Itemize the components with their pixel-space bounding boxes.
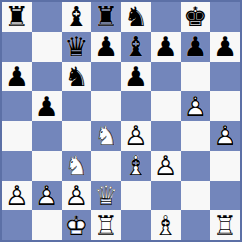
piece-glyph: ♞ xyxy=(122,3,149,30)
black-pawn-piece[interactable]: ♟ xyxy=(152,33,179,60)
square-h7[interactable]: ♟ xyxy=(210,32,240,62)
black-knight-piece[interactable]: ♞ xyxy=(122,3,149,30)
square-a6[interactable]: ♟ xyxy=(2,62,32,92)
square-d5[interactable] xyxy=(91,91,121,121)
square-f1[interactable]: ♝♗ xyxy=(151,210,181,240)
square-g7[interactable]: ♟ xyxy=(181,32,211,62)
piece-glyph: ♞ xyxy=(63,63,90,90)
square-c5[interactable] xyxy=(62,91,92,121)
square-h6[interactable] xyxy=(210,62,240,92)
black-bishop-piece[interactable]: ♝ xyxy=(122,33,149,60)
black-pawn-piece[interactable]: ♟ xyxy=(93,33,120,60)
square-b2[interactable]: ♟♙ xyxy=(32,181,62,211)
square-e7[interactable]: ♝ xyxy=(121,32,151,62)
piece-glyph: ♜ xyxy=(93,3,120,30)
piece-outline-layer: ♘ xyxy=(93,122,120,149)
square-h3[interactable] xyxy=(210,151,240,181)
square-e1[interactable] xyxy=(121,210,151,240)
square-d6[interactable] xyxy=(91,62,121,92)
square-e2[interactable] xyxy=(121,181,151,211)
square-h4[interactable]: ♟♙ xyxy=(210,121,240,151)
square-c4[interactable] xyxy=(62,121,92,151)
square-a7[interactable] xyxy=(2,32,32,62)
piece-glyph: ♟ xyxy=(3,63,30,90)
square-b3[interactable] xyxy=(32,151,62,181)
piece-glyph: ♟ xyxy=(182,33,209,60)
square-e8[interactable]: ♞ xyxy=(121,2,151,32)
square-h5[interactable] xyxy=(210,91,240,121)
square-c8[interactable]: ♝ xyxy=(62,2,92,32)
black-knight-piece[interactable]: ♞ xyxy=(63,63,90,90)
square-d7[interactable]: ♟ xyxy=(91,32,121,62)
piece-glyph: ♜ xyxy=(3,3,30,30)
black-rook-piece[interactable]: ♜ xyxy=(93,3,120,30)
white-rook-piece[interactable]: ♜♖ xyxy=(212,212,239,239)
square-c3[interactable]: ♞♘ xyxy=(62,151,92,181)
square-a1[interactable] xyxy=(2,210,32,240)
square-b4[interactable] xyxy=(32,121,62,151)
piece-glyph: ♝ xyxy=(122,33,149,60)
square-g5[interactable]: ♟♙ xyxy=(181,91,211,121)
white-pawn-piece[interactable]: ♟♙ xyxy=(63,182,90,209)
square-c6[interactable]: ♞ xyxy=(62,62,92,92)
black-pawn-piece[interactable]: ♟ xyxy=(3,63,30,90)
piece-outline-layer: ♙ xyxy=(182,93,209,120)
square-f7[interactable]: ♟ xyxy=(151,32,181,62)
square-h2[interactable] xyxy=(210,181,240,211)
square-c7[interactable]: ♛ xyxy=(62,32,92,62)
piece-outline-layer: ♙ xyxy=(212,122,239,149)
black-queen-piece[interactable]: ♛ xyxy=(63,33,90,60)
black-pawn-piece[interactable]: ♟ xyxy=(33,93,60,120)
square-g3[interactable] xyxy=(181,151,211,181)
piece-outline-layer: ♙ xyxy=(33,182,60,209)
piece-glyph: ♟ xyxy=(122,63,149,90)
square-g2[interactable] xyxy=(181,181,211,211)
piece-glyph: ♛ xyxy=(63,33,90,60)
square-f4[interactable] xyxy=(151,121,181,151)
square-a8[interactable]: ♜ xyxy=(2,2,32,32)
piece-glyph: ♝ xyxy=(63,3,90,30)
square-a4[interactable] xyxy=(2,121,32,151)
square-f2[interactable] xyxy=(151,181,181,211)
black-king-piece[interactable]: ♚ xyxy=(182,3,209,30)
square-e5[interactable] xyxy=(121,91,151,121)
square-g1[interactable] xyxy=(181,210,211,240)
square-e3[interactable]: ♝♗ xyxy=(121,151,151,181)
white-pawn-piece[interactable]: ♟♙ xyxy=(33,182,60,209)
square-h1[interactable]: ♜♖ xyxy=(210,210,240,240)
black-pawn-piece[interactable]: ♟ xyxy=(182,33,209,60)
white-king-piece[interactable]: ♚♔ xyxy=(63,212,90,239)
white-pawn-piece[interactable]: ♟♙ xyxy=(182,93,209,120)
piece-glyph: ♟ xyxy=(33,93,60,120)
chess-board: ♜♝♜♞♚♛♟♝♟♟♟♟♞♟♟♟♙♞♘♟♙♟♙♞♘♝♗♟♙♟♙♟♙♟♙♛♕♚♔♜… xyxy=(0,0,242,242)
piece-outline-layer: ♗ xyxy=(152,212,179,239)
square-d2[interactable]: ♛♕ xyxy=(91,181,121,211)
piece-outline-layer: ♖ xyxy=(212,212,239,239)
white-knight-piece[interactable]: ♞♘ xyxy=(93,122,120,149)
piece-outline-layer: ♙ xyxy=(3,182,30,209)
piece-outline-layer: ♙ xyxy=(63,182,90,209)
square-e4[interactable]: ♟♙ xyxy=(121,121,151,151)
square-f5[interactable] xyxy=(151,91,181,121)
white-rook-piece[interactable]: ♜♖ xyxy=(93,212,120,239)
piece-glyph: ♟ xyxy=(212,33,239,60)
square-f3[interactable]: ♟♙ xyxy=(151,151,181,181)
square-b6[interactable] xyxy=(32,62,62,92)
square-h8[interactable] xyxy=(210,2,240,32)
black-pawn-piece[interactable]: ♟ xyxy=(212,33,239,60)
square-d4[interactable]: ♞♘ xyxy=(91,121,121,151)
white-pawn-piece[interactable]: ♟♙ xyxy=(212,122,239,149)
white-pawn-piece[interactable]: ♟♙ xyxy=(3,182,30,209)
square-c2[interactable]: ♟♙ xyxy=(62,181,92,211)
black-rook-piece[interactable]: ♜ xyxy=(3,3,30,30)
square-d1[interactable]: ♜♖ xyxy=(91,210,121,240)
piece-outline-layer: ♙ xyxy=(152,152,179,179)
black-bishop-piece[interactable]: ♝ xyxy=(63,3,90,30)
square-g6[interactable] xyxy=(181,62,211,92)
white-knight-piece[interactable]: ♞♘ xyxy=(63,152,90,179)
square-b1[interactable] xyxy=(32,210,62,240)
square-f8[interactable] xyxy=(151,2,181,32)
white-pawn-piece[interactable]: ♟♙ xyxy=(122,122,149,149)
square-b7[interactable] xyxy=(32,32,62,62)
piece-outline-layer: ♙ xyxy=(122,122,149,149)
white-pawn-piece[interactable]: ♟♙ xyxy=(152,152,179,179)
square-d3[interactable] xyxy=(91,151,121,181)
piece-outline-layer: ♘ xyxy=(63,152,90,179)
piece-outline-layer: ♖ xyxy=(93,212,120,239)
square-a5[interactable] xyxy=(2,91,32,121)
square-b5[interactable]: ♟ xyxy=(32,91,62,121)
white-bishop-piece[interactable]: ♝♗ xyxy=(152,212,179,239)
piece-outline-layer: ♔ xyxy=(63,212,90,239)
square-d8[interactable]: ♜ xyxy=(91,2,121,32)
black-pawn-piece[interactable]: ♟ xyxy=(122,63,149,90)
square-a3[interactable] xyxy=(2,151,32,181)
piece-glyph: ♚ xyxy=(182,3,209,30)
square-c1[interactable]: ♚♔ xyxy=(62,210,92,240)
piece-glyph: ♟ xyxy=(93,33,120,60)
white-queen-piece[interactable]: ♛♕ xyxy=(93,182,120,209)
square-g4[interactable] xyxy=(181,121,211,151)
piece-outline-layer: ♕ xyxy=(93,182,120,209)
piece-outline-layer: ♗ xyxy=(122,152,149,179)
piece-glyph: ♟ xyxy=(152,33,179,60)
square-a2[interactable]: ♟♙ xyxy=(2,181,32,211)
white-bishop-piece[interactable]: ♝♗ xyxy=(122,152,149,179)
square-e6[interactable]: ♟ xyxy=(121,62,151,92)
square-f6[interactable] xyxy=(151,62,181,92)
square-b8[interactable] xyxy=(32,2,62,32)
square-g8[interactable]: ♚ xyxy=(181,2,211,32)
